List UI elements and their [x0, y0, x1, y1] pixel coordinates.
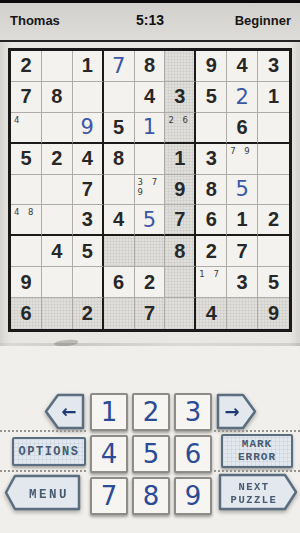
- next-puzzle-button[interactable]: NEXT PUZZLE: [218, 473, 299, 511]
- cell-r8c5[interactable]: 2: [135, 267, 166, 298]
- cell-r3c9[interactable]: [258, 113, 289, 144]
- sudoku-app-screen: Thomas 5:13 Beginner 2178943784352149512…: [0, 0, 300, 533]
- given-digit: 7: [20, 85, 31, 108]
- cell-r2c1[interactable]: 7: [11, 82, 42, 113]
- given-digit: 2: [82, 302, 93, 325]
- cell-r8c2[interactable]: [42, 267, 73, 298]
- cell-r1c3[interactable]: 1: [73, 51, 104, 82]
- cell-r1c9[interactable]: 3: [258, 51, 289, 82]
- given-digit: 2: [206, 240, 217, 263]
- cell-r7c5[interactable]: [135, 236, 166, 267]
- given-digit: 3: [237, 271, 248, 294]
- cell-r1c1[interactable]: 2: [11, 51, 42, 82]
- mark-error-button[interactable]: MARK ERROR: [221, 434, 293, 468]
- cell-r5c8[interactable]: 5: [227, 175, 258, 206]
- cell-r5c2[interactable]: [42, 175, 73, 206]
- pencil-marks: 4 8: [11, 205, 41, 234]
- user-digit: 2: [235, 85, 248, 109]
- given-digit: 2: [20, 54, 31, 77]
- cell-r2c5[interactable]: 4: [135, 82, 166, 113]
- given-digit: 4: [144, 85, 155, 108]
- cell-r4c7[interactable]: 3: [196, 144, 227, 175]
- key-8[interactable]: 8: [132, 477, 170, 515]
- key-9[interactable]: 9: [174, 477, 212, 515]
- key-7[interactable]: 7: [90, 477, 128, 515]
- cell-r8c7[interactable]: 1 7: [196, 267, 227, 298]
- cell-r9c6[interactable]: [165, 298, 196, 329]
- cell-r4c5[interactable]: [135, 144, 166, 175]
- user-digit: 5: [143, 208, 156, 232]
- given-digit: 2: [268, 208, 279, 231]
- number-keypad: 123456789: [90, 393, 212, 515]
- cell-r3c8[interactable]: 6: [227, 113, 258, 144]
- given-digit: 7: [82, 178, 93, 201]
- given-digit: 7: [144, 302, 155, 325]
- cell-r9c1[interactable]: 6: [11, 298, 42, 329]
- cell-r2c9[interactable]: 1: [258, 82, 289, 113]
- cell-r9c8[interactable]: [227, 298, 258, 329]
- given-digit: 9: [174, 178, 185, 201]
- given-digit: 3: [174, 85, 185, 108]
- cell-r1c7[interactable]: 9: [196, 51, 227, 82]
- cell-r3c6[interactable]: 2 6: [165, 113, 196, 144]
- cell-r2c8[interactable]: 2: [227, 82, 258, 113]
- given-digit: 1: [174, 147, 185, 170]
- given-digit: 1: [237, 208, 248, 231]
- user-digit: 7: [112, 54, 125, 78]
- mark-error-line1: MARK: [242, 438, 272, 451]
- cell-r1c6[interactable]: [165, 51, 196, 82]
- given-digit: 6: [20, 302, 31, 325]
- cell-r8c8[interactable]: 3: [227, 267, 258, 298]
- user-digit: 5: [235, 177, 248, 201]
- cell-r1c5[interactable]: 8: [135, 51, 166, 82]
- cell-r3c4[interactable]: 5: [104, 113, 135, 144]
- cell-r3c5[interactable]: 1: [135, 113, 166, 144]
- separator-dotted: [214, 470, 300, 472]
- given-digit: 8: [144, 54, 155, 77]
- given-digit: 2: [51, 147, 62, 170]
- right-arrow-icon: →: [224, 401, 239, 422]
- cell-r2c4[interactable]: [104, 82, 135, 113]
- cell-r1c2[interactable]: [42, 51, 73, 82]
- given-digit: 6: [113, 271, 124, 294]
- pencil-marks: 7 9: [227, 144, 257, 174]
- next-puzzle-line1: NEXT: [238, 481, 269, 493]
- given-digit: 3: [268, 54, 279, 77]
- cell-r4c3[interactable]: 4: [73, 144, 104, 175]
- cell-r7c3[interactable]: 5: [73, 236, 104, 267]
- cell-r6c3[interactable]: 3: [73, 205, 104, 236]
- given-digit: 4: [51, 240, 62, 263]
- cell-r6c6[interactable]: 7: [165, 205, 196, 236]
- given-digit: 3: [82, 208, 93, 231]
- cell-r5c4[interactable]: [104, 175, 135, 206]
- key-5[interactable]: 5: [132, 435, 170, 473]
- cell-r9c3[interactable]: 2: [73, 298, 104, 329]
- cell-r8c3[interactable]: [73, 267, 104, 298]
- cell-r8c6[interactable]: [165, 267, 196, 298]
- cell-r4c8[interactable]: 7 9: [227, 144, 258, 175]
- cell-r5c5[interactable]: 3 79: [135, 175, 166, 206]
- given-digit: 8: [113, 147, 124, 170]
- cell-r8c4[interactable]: 6: [104, 267, 135, 298]
- cell-r9c9[interactable]: 9: [258, 298, 289, 329]
- given-digit: 6: [206, 208, 217, 231]
- cell-r6c5[interactable]: 5: [135, 205, 166, 236]
- options-button[interactable]: OPTIONS: [12, 437, 86, 466]
- cell-r2c2[interactable]: 8: [42, 82, 73, 113]
- next-puzzle-line2: PUZZLE: [231, 494, 278, 506]
- cell-r3c1[interactable]: 4: [11, 113, 42, 144]
- given-digit: 4: [206, 302, 217, 325]
- key-2[interactable]: 2: [132, 393, 170, 431]
- key-1[interactable]: 1: [90, 393, 128, 431]
- separator-dotted: [0, 430, 86, 432]
- pencil-marks: 2 6: [165, 113, 194, 142]
- left-arrow-icon: ←: [61, 401, 76, 422]
- cell-r9c4[interactable]: [104, 298, 135, 329]
- cell-r7c9[interactable]: [258, 236, 289, 267]
- cell-r8c1[interactable]: 9: [11, 267, 42, 298]
- given-digit: 9: [20, 271, 31, 294]
- key-4[interactable]: 4: [90, 435, 128, 473]
- given-digit: 4: [237, 54, 248, 77]
- cell-r4c6[interactable]: 1: [165, 144, 196, 175]
- pencil-marks: 3 79: [135, 175, 165, 205]
- menu-label: MENU: [29, 488, 69, 502]
- given-digit: 7: [237, 240, 248, 263]
- cell-r5c1[interactable]: [11, 175, 42, 206]
- cell-r5c7[interactable]: 8: [196, 175, 227, 206]
- cell-r2c6[interactable]: 3: [165, 82, 196, 113]
- cell-r8c9[interactable]: 5: [258, 267, 289, 298]
- cell-r6c1[interactable]: 4 8: [11, 205, 42, 236]
- header-bar: Thomas 5:13 Beginner: [0, 3, 300, 40]
- cell-r4c9[interactable]: [258, 144, 289, 175]
- given-digit: 8: [206, 178, 217, 201]
- cell-r7c6[interactable]: 8: [165, 236, 196, 267]
- header-divider: [0, 40, 300, 42]
- given-digit: 1: [268, 85, 279, 108]
- given-digit: 8: [51, 85, 62, 108]
- cell-r4c1[interactable]: 5: [11, 144, 42, 175]
- cell-r6c7[interactable]: 6: [196, 205, 227, 236]
- cell-r1c4[interactable]: 7: [104, 51, 135, 82]
- cell-r6c9[interactable]: 2: [258, 205, 289, 236]
- key-3[interactable]: 3: [174, 393, 212, 431]
- cell-r2c3[interactable]: [73, 82, 104, 113]
- cell-r7c7[interactable]: 2: [196, 236, 227, 267]
- given-digit: 5: [206, 85, 217, 108]
- given-digit: 5: [268, 271, 279, 294]
- given-digit: 4: [82, 147, 93, 170]
- cell-r9c5[interactable]: 7: [135, 298, 166, 329]
- cell-r3c2[interactable]: [42, 113, 73, 144]
- pencil-marks: 4: [11, 113, 41, 142]
- cell-r3c7[interactable]: [196, 113, 227, 144]
- cell-r5c6[interactable]: 9: [165, 175, 196, 206]
- cell-r7c1[interactable]: [11, 236, 42, 267]
- given-digit: 2: [144, 271, 155, 294]
- mark-error-line2: ERROR: [238, 451, 276, 464]
- given-digit: 5: [113, 116, 124, 139]
- separator-dotted: [214, 430, 300, 432]
- cell-r4c4[interactable]: 8: [104, 144, 135, 175]
- cell-r3c3[interactable]: 9: [73, 113, 104, 144]
- cell-r7c8[interactable]: 7: [227, 236, 258, 267]
- cell-r7c2[interactable]: 4: [42, 236, 73, 267]
- given-digit: 9: [206, 54, 217, 77]
- pencil-marks: 1 7: [196, 267, 226, 297]
- cell-r9c7[interactable]: 4: [196, 298, 227, 329]
- cell-r9c2[interactable]: [42, 298, 73, 329]
- given-digit: 3: [206, 147, 217, 170]
- given-digit: 5: [20, 147, 31, 170]
- given-digit: 5: [82, 240, 93, 263]
- options-label: OPTIONS: [19, 445, 80, 459]
- given-digit: 6: [237, 116, 248, 139]
- given-digit: 9: [268, 302, 279, 325]
- given-digit: 1: [82, 54, 93, 77]
- cell-r5c9[interactable]: [258, 175, 289, 206]
- separator-dotted: [0, 470, 86, 472]
- key-6[interactable]: 6: [174, 435, 212, 473]
- cell-r1c8[interactable]: 4: [227, 51, 258, 82]
- menu-button[interactable]: MENU: [4, 474, 82, 512]
- difficulty-label: Beginner: [235, 13, 291, 28]
- sudoku-board: 2178943784352149512 665248137 973 799854…: [8, 48, 292, 332]
- prev-button[interactable]: ←: [44, 393, 85, 430]
- cell-r6c2[interactable]: [42, 205, 73, 236]
- given-digit: 4: [113, 208, 124, 231]
- given-digit: 7: [174, 208, 185, 231]
- given-digit: 8: [174, 240, 185, 263]
- cell-r4c2[interactable]: 2: [42, 144, 73, 175]
- cell-r2c7[interactable]: 5: [196, 82, 227, 113]
- user-digit: 9: [81, 115, 94, 139]
- next-button[interactable]: →: [216, 393, 257, 430]
- cell-r6c4[interactable]: 4: [104, 205, 135, 236]
- cell-r6c8[interactable]: 1: [227, 205, 258, 236]
- cell-r7c4[interactable]: [104, 236, 135, 267]
- user-digit: 1: [143, 115, 156, 139]
- cell-r5c3[interactable]: 7: [73, 175, 104, 206]
